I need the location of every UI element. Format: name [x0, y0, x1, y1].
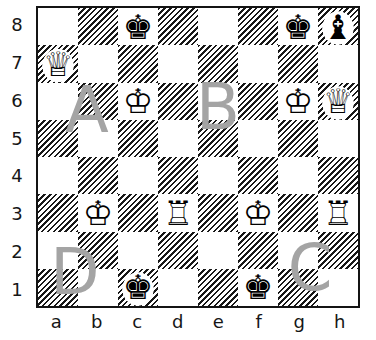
square-d2 [158, 232, 198, 269]
square-d5 [158, 120, 198, 157]
square-c2 [118, 232, 158, 269]
file-label-b: b [77, 311, 118, 337]
square-e6 [198, 83, 238, 120]
square-a1 [38, 269, 78, 306]
rank-label-1: 1 [0, 270, 34, 308]
square-a7: ♕ [38, 45, 78, 82]
square-e3 [198, 194, 238, 231]
file-label-g: g [279, 311, 320, 337]
square-h6: ♕ [318, 83, 358, 120]
square-d3: ♖ [158, 194, 198, 231]
square-a6 [38, 83, 78, 120]
square-g7 [278, 45, 318, 82]
square-h4 [318, 157, 358, 194]
square-d8 [158, 8, 198, 45]
square-c6: ♔ [118, 83, 158, 120]
square-b8 [78, 8, 118, 45]
file-label-f: f [239, 311, 280, 337]
square-g8: ♚ [278, 8, 318, 45]
piece-white-rook-d3: ♖ [158, 194, 198, 231]
square-b4 [78, 157, 118, 194]
piece-white-king-b3: ♔ [78, 194, 118, 231]
rank-labels: 87654321 [0, 6, 34, 308]
file-label-a: a [36, 311, 77, 337]
square-f6 [238, 83, 278, 120]
square-a4 [38, 157, 78, 194]
square-e8 [198, 8, 238, 45]
square-e7 [198, 45, 238, 82]
square-b7 [78, 45, 118, 82]
square-g5 [278, 120, 318, 157]
square-c4 [118, 157, 158, 194]
square-b2 [78, 232, 118, 269]
piece-white-king-c6: ♔ [118, 83, 158, 120]
square-f3: ♔ [238, 194, 278, 231]
square-h8: ♝ [318, 8, 358, 45]
rank-label-4: 4 [0, 157, 34, 195]
rank-label-5: 5 [0, 119, 34, 157]
square-c8: ♚ [118, 8, 158, 45]
square-b3: ♔ [78, 194, 118, 231]
square-f5 [238, 120, 278, 157]
square-g4 [278, 157, 318, 194]
square-e4 [198, 157, 238, 194]
square-d1 [158, 269, 198, 306]
square-g1 [278, 269, 318, 306]
square-a2 [38, 232, 78, 269]
square-g6: ♔ [278, 83, 318, 120]
file-label-h: h [320, 311, 361, 337]
square-c1: ♚ [118, 269, 158, 306]
square-d4 [158, 157, 198, 194]
square-a3 [38, 194, 78, 231]
rank-label-3: 3 [0, 195, 34, 233]
file-labels: abcdefgh [36, 311, 360, 337]
piece-black-bishop-h8: ♝ [318, 8, 358, 45]
rank-label-8: 8 [0, 6, 34, 44]
square-f7 [238, 45, 278, 82]
chess-board: ♚♚♝♕♔♔♕♔♖♔♖♚♚ [36, 6, 360, 308]
square-c5 [118, 120, 158, 157]
square-h3: ♖ [318, 194, 358, 231]
square-g2 [278, 232, 318, 269]
square-c7 [118, 45, 158, 82]
file-label-d: d [158, 311, 199, 337]
square-d7 [158, 45, 198, 82]
piece-black-king-f1: ♚ [238, 269, 278, 306]
square-f2 [238, 232, 278, 269]
piece-white-queen-h6: ♕ [318, 83, 358, 120]
piece-white-king-g6: ♔ [278, 83, 318, 120]
square-b5 [78, 120, 118, 157]
piece-black-king-c1: ♚ [118, 269, 158, 306]
rank-label-7: 7 [0, 44, 34, 82]
piece-white-queen-a7: ♕ [38, 45, 78, 82]
piece-white-king-f3: ♔ [238, 194, 278, 231]
chess-diagram-page: 87654321 ♚♚♝♕♔♔♕♔♖♔♖♚♚ ABCD abcdefgh [0, 0, 376, 340]
file-label-c: c [117, 311, 158, 337]
square-a5 [38, 120, 78, 157]
square-b1 [78, 269, 118, 306]
square-e5 [198, 120, 238, 157]
square-h7 [318, 45, 358, 82]
square-c3 [118, 194, 158, 231]
square-e2 [198, 232, 238, 269]
square-h2 [318, 232, 358, 269]
file-label-e: e [198, 311, 239, 337]
square-f4 [238, 157, 278, 194]
square-e1 [198, 269, 238, 306]
square-b6 [78, 83, 118, 120]
square-a8 [38, 8, 78, 45]
piece-black-king-c8: ♚ [118, 8, 158, 45]
square-h1 [318, 269, 358, 306]
piece-black-king-g8: ♚ [278, 8, 318, 45]
piece-white-rook-h3: ♖ [318, 194, 358, 231]
square-d6 [158, 83, 198, 120]
square-f1: ♚ [238, 269, 278, 306]
square-h5 [318, 120, 358, 157]
rank-label-2: 2 [0, 233, 34, 271]
square-f8 [238, 8, 278, 45]
square-g3 [278, 194, 318, 231]
rank-label-6: 6 [0, 82, 34, 120]
